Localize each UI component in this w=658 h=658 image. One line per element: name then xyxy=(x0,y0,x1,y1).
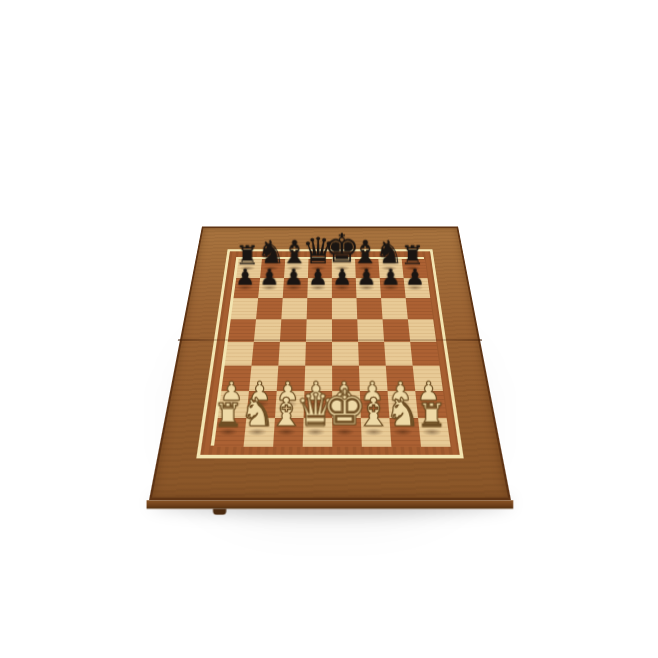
square-f8[interactable] xyxy=(355,259,380,278)
square-h6[interactable] xyxy=(406,298,433,319)
square-c8[interactable] xyxy=(284,259,309,278)
square-a7[interactable] xyxy=(234,278,261,298)
square-a8[interactable] xyxy=(236,259,262,278)
square-f7[interactable] xyxy=(356,278,381,298)
square-g8[interactable] xyxy=(378,259,403,278)
square-h8[interactable] xyxy=(402,259,428,278)
square-d8[interactable] xyxy=(308,259,332,278)
square-b7[interactable] xyxy=(258,278,284,298)
square-c7[interactable] xyxy=(283,278,308,298)
square-d7[interactable] xyxy=(307,278,332,298)
square-a6[interactable] xyxy=(231,298,258,319)
chess-board: ♜♞♝♛♚♝♞♜♟♟♟♟♟♟♟♟♟♟♟♟♟♟♟♟♜♞♝♛♚♝♞♜ xyxy=(149,227,511,501)
square-d6[interactable] xyxy=(307,298,332,319)
piece-white-rook-a1[interactable]: ♜ xyxy=(214,400,243,432)
square-g7[interactable] xyxy=(380,278,406,298)
square-e7[interactable] xyxy=(332,278,357,298)
square-b8[interactable] xyxy=(260,259,285,278)
piece-white-knight-g1[interactable]: ♞ xyxy=(385,393,420,432)
square-e6[interactable] xyxy=(332,298,357,319)
square-e8[interactable] xyxy=(332,259,356,278)
square-c6[interactable] xyxy=(281,298,307,319)
photo-background: ♜♞♝♛♚♝♞♜♟♟♟♟♟♟♟♟♟♟♟♟♟♟♟♟♜♞♝♛♚♝♞♜ xyxy=(0,0,658,658)
square-g6[interactable] xyxy=(381,298,408,319)
square-f6[interactable] xyxy=(356,298,382,319)
board-bottom-bevel xyxy=(147,500,514,508)
piece-white-rook-h1[interactable]: ♜ xyxy=(417,400,446,432)
square-h7[interactable] xyxy=(404,278,431,298)
square-b6[interactable] xyxy=(256,298,283,319)
hinge-clasp xyxy=(213,509,226,515)
